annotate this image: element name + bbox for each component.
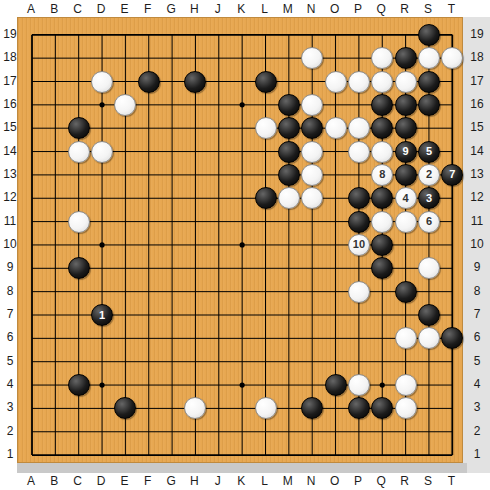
move-number-label: 2 bbox=[426, 169, 432, 180]
star-point bbox=[240, 102, 245, 107]
white-stone-Q11[interactable] bbox=[371, 211, 393, 233]
white-stone-P4[interactable] bbox=[348, 374, 370, 396]
black-stone-C15[interactable] bbox=[68, 117, 90, 139]
white-stone-R17[interactable] bbox=[395, 71, 417, 93]
row-label-right-4: 4 bbox=[466, 377, 488, 391]
column-label-bottom-S: S bbox=[417, 474, 439, 488]
white-stone-N16[interactable] bbox=[301, 94, 323, 116]
white-stone-L15[interactable] bbox=[255, 117, 277, 139]
column-label-bottom-M: M bbox=[277, 474, 299, 488]
star-point bbox=[99, 242, 104, 247]
column-label-top-D: D bbox=[90, 2, 112, 16]
white-stone-O17[interactable] bbox=[325, 71, 347, 93]
move-number-label: 10 bbox=[353, 239, 365, 250]
row-label-right-6: 6 bbox=[466, 330, 488, 344]
move-number-label: 7 bbox=[449, 169, 455, 180]
white-stone-O15[interactable] bbox=[325, 117, 347, 139]
row-label-right-14: 14 bbox=[466, 144, 488, 158]
move-8-white-stone-Q13[interactable]: 8 bbox=[371, 164, 393, 186]
black-stone-S19[interactable] bbox=[418, 24, 440, 46]
row-label-right-5: 5 bbox=[466, 354, 488, 368]
move-6-white-stone-S11[interactable]: 6 bbox=[418, 211, 440, 233]
row-label-left-5: 5 bbox=[0, 354, 21, 368]
white-stone-P8[interactable] bbox=[348, 281, 370, 303]
black-stone-R8[interactable] bbox=[395, 281, 417, 303]
row-label-left-19: 19 bbox=[0, 27, 21, 41]
white-stone-L3[interactable] bbox=[255, 397, 277, 419]
white-stone-Q14[interactable] bbox=[371, 141, 393, 163]
black-stone-R18[interactable] bbox=[395, 47, 417, 69]
column-label-top-S: S bbox=[417, 2, 439, 16]
column-label-top-R: R bbox=[394, 2, 416, 16]
white-stone-P15[interactable] bbox=[348, 117, 370, 139]
move-9-black-stone-R14[interactable]: 9 bbox=[395, 141, 417, 163]
star-point bbox=[240, 382, 245, 387]
row-label-left-1: 1 bbox=[0, 447, 21, 461]
row-label-left-8: 8 bbox=[0, 284, 21, 298]
black-stone-S16[interactable] bbox=[418, 94, 440, 116]
row-label-left-11: 11 bbox=[0, 214, 21, 228]
white-stone-R3[interactable] bbox=[395, 397, 417, 419]
move-number-label: 6 bbox=[426, 216, 432, 227]
white-stone-Q17[interactable] bbox=[371, 71, 393, 93]
column-label-bottom-H: H bbox=[183, 474, 205, 488]
column-label-bottom-N: N bbox=[300, 474, 322, 488]
move-2-white-stone-S13[interactable]: 2 bbox=[418, 164, 440, 186]
black-stone-Q16[interactable] bbox=[371, 94, 393, 116]
move-number-label: 9 bbox=[403, 146, 409, 157]
row-label-right-16: 16 bbox=[466, 97, 488, 111]
column-label-bottom-K: K bbox=[230, 474, 252, 488]
white-stone-P14[interactable] bbox=[348, 141, 370, 163]
column-label-top-O: O bbox=[324, 2, 346, 16]
column-label-top-L: L bbox=[254, 2, 276, 16]
black-stone-H17[interactable] bbox=[184, 71, 206, 93]
column-label-top-G: G bbox=[160, 2, 182, 16]
black-stone-M13[interactable] bbox=[278, 164, 300, 186]
column-label-top-Q: Q bbox=[370, 2, 392, 16]
row-label-right-18: 18 bbox=[466, 50, 488, 64]
star-point bbox=[380, 382, 385, 387]
black-stone-M15[interactable] bbox=[278, 117, 300, 139]
column-label-top-B: B bbox=[43, 2, 65, 16]
column-label-top-F: F bbox=[137, 2, 159, 16]
row-label-right-10: 10 bbox=[466, 237, 488, 251]
row-label-left-18: 18 bbox=[0, 50, 21, 64]
column-label-bottom-T: T bbox=[440, 474, 462, 488]
column-label-top-M: M bbox=[277, 2, 299, 16]
row-label-right-19: 19 bbox=[466, 27, 488, 41]
column-label-top-P: P bbox=[347, 2, 369, 16]
column-label-bottom-O: O bbox=[324, 474, 346, 488]
row-label-left-16: 16 bbox=[0, 97, 21, 111]
black-stone-S7[interactable] bbox=[418, 304, 440, 326]
white-stone-D17[interactable] bbox=[91, 71, 113, 93]
row-label-left-17: 17 bbox=[0, 74, 21, 88]
row-label-right-12: 12 bbox=[466, 190, 488, 204]
row-label-left-7: 7 bbox=[0, 307, 21, 321]
column-label-bottom-L: L bbox=[254, 474, 276, 488]
column-label-top-T: T bbox=[440, 2, 462, 16]
black-stone-S17[interactable] bbox=[418, 71, 440, 93]
row-label-left-4: 4 bbox=[0, 377, 21, 391]
board-shadow-bottom bbox=[17, 463, 467, 473]
row-label-left-6: 6 bbox=[0, 330, 21, 344]
column-label-bottom-Q: Q bbox=[370, 474, 392, 488]
black-stone-C4[interactable] bbox=[68, 374, 90, 396]
move-number-label: 1 bbox=[99, 310, 105, 321]
row-label-left-2: 2 bbox=[0, 424, 21, 438]
column-label-top-C: C bbox=[67, 2, 89, 16]
move-number-label: 4 bbox=[403, 193, 409, 204]
column-label-top-N: N bbox=[300, 2, 322, 16]
row-label-left-3: 3 bbox=[0, 400, 21, 414]
row-label-left-13: 13 bbox=[0, 167, 21, 181]
column-label-top-E: E bbox=[113, 2, 135, 16]
row-label-left-12: 12 bbox=[0, 190, 21, 204]
row-label-left-10: 10 bbox=[0, 237, 21, 251]
move-number-label: 5 bbox=[426, 146, 432, 157]
column-label-bottom-G: G bbox=[160, 474, 182, 488]
row-label-right-13: 13 bbox=[466, 167, 488, 181]
move-10-white-stone-P10[interactable]: 10 bbox=[348, 234, 370, 256]
black-stone-M14[interactable] bbox=[278, 141, 300, 163]
black-stone-R13[interactable] bbox=[395, 164, 417, 186]
black-stone-M16[interactable] bbox=[278, 94, 300, 116]
move-4-white-stone-R12[interactable]: 4 bbox=[395, 187, 417, 209]
white-stone-S18[interactable] bbox=[418, 47, 440, 69]
black-stone-P11[interactable] bbox=[348, 211, 370, 233]
star-point bbox=[240, 242, 245, 247]
black-stone-P12[interactable] bbox=[348, 187, 370, 209]
white-stone-R4[interactable] bbox=[395, 374, 417, 396]
move-number-label: 8 bbox=[379, 169, 385, 180]
black-stone-O4[interactable] bbox=[325, 374, 347, 396]
row-label-right-17: 17 bbox=[466, 74, 488, 88]
white-stone-R6[interactable] bbox=[395, 327, 417, 349]
white-stone-N14[interactable] bbox=[301, 141, 323, 163]
white-stone-D14[interactable] bbox=[91, 141, 113, 163]
row-label-right-7: 7 bbox=[466, 307, 488, 321]
go-board[interactable]: 12345678910 bbox=[17, 17, 463, 463]
white-stone-N13[interactable] bbox=[301, 164, 323, 186]
column-label-bottom-J: J bbox=[207, 474, 229, 488]
row-label-right-8: 8 bbox=[466, 284, 488, 298]
column-label-bottom-R: R bbox=[394, 474, 416, 488]
white-stone-R11[interactable] bbox=[395, 211, 417, 233]
column-label-bottom-F: F bbox=[137, 474, 159, 488]
column-label-top-J: J bbox=[207, 2, 229, 16]
row-label-right-3: 3 bbox=[466, 400, 488, 414]
row-label-left-14: 14 bbox=[0, 144, 21, 158]
black-stone-R16[interactable] bbox=[395, 94, 417, 116]
row-label-right-1: 1 bbox=[466, 447, 488, 461]
white-stone-P17[interactable] bbox=[348, 71, 370, 93]
move-number-label: 3 bbox=[426, 193, 432, 204]
move-5-black-stone-S14[interactable]: 5 bbox=[418, 141, 440, 163]
star-point bbox=[99, 102, 104, 107]
column-label-bottom-B: B bbox=[43, 474, 65, 488]
black-stone-R15[interactable] bbox=[395, 117, 417, 139]
black-stone-C9[interactable] bbox=[68, 257, 90, 279]
move-1-black-stone-D7[interactable]: 1 bbox=[91, 304, 113, 326]
star-point bbox=[99, 382, 104, 387]
row-label-right-9: 9 bbox=[466, 260, 488, 274]
column-label-bottom-A: A bbox=[20, 474, 42, 488]
column-label-bottom-C: C bbox=[67, 474, 89, 488]
column-label-top-H: H bbox=[183, 2, 205, 16]
row-label-left-15: 15 bbox=[0, 120, 21, 134]
white-stone-C11[interactable] bbox=[68, 211, 90, 233]
column-label-bottom-E: E bbox=[113, 474, 135, 488]
black-stone-L12[interactable] bbox=[255, 187, 277, 209]
column-label-top-A: A bbox=[20, 2, 42, 16]
black-stone-F17[interactable] bbox=[138, 71, 160, 93]
go-diagram: 12345678910 AABBCCDDEEFFGGHHJJKKLLMMNNOO… bbox=[0, 0, 490, 490]
white-stone-M12[interactable] bbox=[278, 187, 300, 209]
black-stone-L17[interactable] bbox=[255, 71, 277, 93]
row-label-left-9: 9 bbox=[0, 260, 21, 274]
row-label-right-2: 2 bbox=[466, 424, 488, 438]
white-stone-C14[interactable] bbox=[68, 141, 90, 163]
column-label-bottom-D: D bbox=[90, 474, 112, 488]
column-label-bottom-P: P bbox=[347, 474, 369, 488]
row-label-right-15: 15 bbox=[466, 120, 488, 134]
column-label-top-K: K bbox=[230, 2, 252, 16]
row-label-right-11: 11 bbox=[466, 214, 488, 228]
